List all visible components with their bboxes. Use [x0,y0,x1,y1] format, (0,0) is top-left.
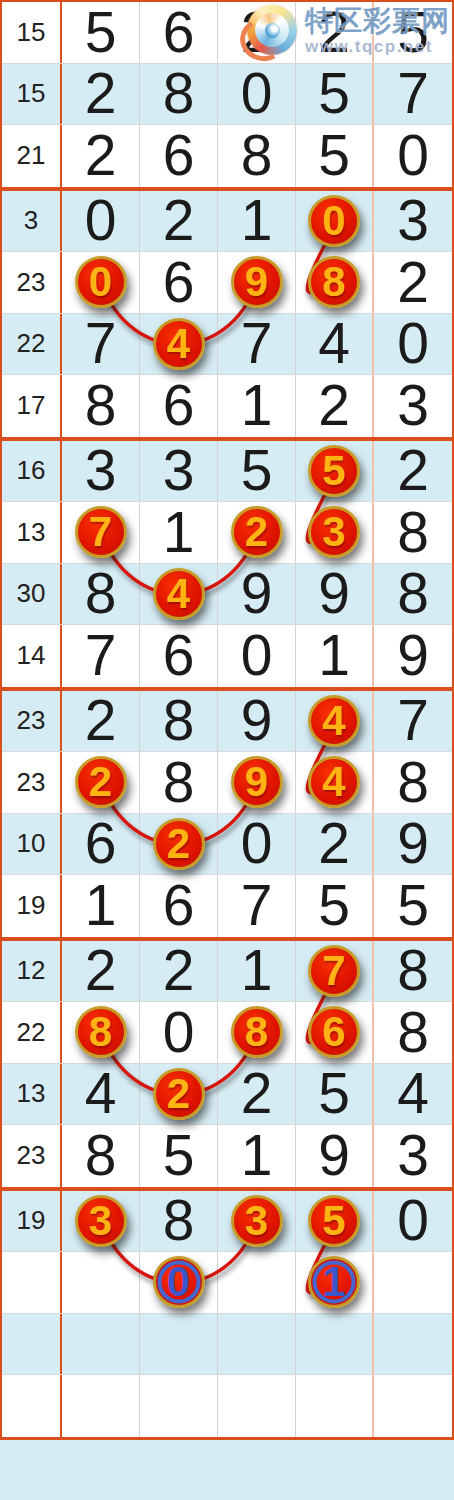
digit: 1 [322,1261,345,1303]
digit-cell: 8 [62,1002,140,1063]
digit: 4 [85,1065,117,1122]
digit-cell: 8 [62,375,140,437]
digit-cell: 4 [296,314,374,375]
digit-cell: 6 [140,625,218,687]
digit-cell: 5 [296,64,374,125]
digit: 8 [85,565,117,622]
digit-cell: 4 [140,564,218,625]
digit-cell: 0 [218,64,296,125]
digit: 9 [241,565,273,622]
digit-cell: 4 [140,314,218,375]
digit: 2 [318,377,350,434]
digit-cell: 3 [62,441,140,502]
digit: 4 [318,315,350,372]
digit-cell: 7 [62,502,140,563]
digit: 5 [397,877,429,934]
miss-count-cell: 23 [2,252,62,313]
digit: 2 [85,942,117,999]
circled-digit-blue: 1 [308,1256,360,1308]
digit-cell: 2 [296,814,374,875]
miss-count-cell: 15 [2,64,62,125]
bottom-strip [0,1440,454,1500]
chart-row: 1633552 [2,441,452,503]
digit: 1 [163,504,195,561]
digit: 3 [245,1200,268,1242]
digit: 1 [241,942,273,999]
digit: 5 [163,1127,195,1184]
digit: 5 [85,4,117,61]
digit-cell: 6 [140,2,218,63]
digit: 2 [85,127,117,184]
digit: 3 [163,442,195,499]
circled-digit-gold: 2 [153,1068,205,1120]
digit: 7 [397,692,429,749]
digit: 6 [163,127,195,184]
digit-cell: 0 [218,814,296,875]
digit-cell: 5 [218,441,296,502]
digit-cell: 4 [374,1064,452,1125]
digit-cell [374,1252,452,1313]
digit-cell: 8 [296,252,374,313]
digit-cell: 5 [296,1064,374,1125]
digit-cell: 1 [296,625,374,687]
digit: 7 [241,315,273,372]
digit-cell: 9 [218,252,296,313]
digit-cell: 0 [374,314,452,375]
digit: 9 [318,1127,350,1184]
miss-count-cell: 19 [2,875,62,937]
miss-count-cell [2,1375,62,1437]
digit: 0 [241,65,273,122]
chart-row: 1371238 [2,502,452,564]
circled-digit-gold: 5 [308,1195,360,1247]
digit: 8 [245,1011,268,1053]
chart-row [2,1314,452,1376]
chart-row: 1342254 [2,1064,452,1126]
digit-cell: 5 [296,1191,374,1252]
miss-count-cell: 14 [2,625,62,687]
digit-cell: 5 [140,1125,218,1187]
digit: 4 [322,700,345,742]
chart-row: 1476019 [2,625,452,691]
circled-digit-gold: 2 [153,818,205,870]
digit-cell [62,1314,140,1375]
digit: 8 [85,377,117,434]
circled-digit-gold: 0 [308,195,360,247]
digit-cell: 2 [62,64,140,125]
digit-cell: 2 [62,752,140,813]
digit: 3 [89,1200,112,1242]
miss-count-cell: 22 [2,1002,62,1063]
digit-cell: 9 [296,1125,374,1187]
digit-cell: 3 [374,191,452,252]
circled-digit-gold: 0 [75,256,127,308]
chart-row: 1938350 [2,1191,452,1253]
digit: 8 [397,754,429,811]
digit-cell: 4 [296,691,374,752]
digit: 2 [85,65,117,122]
circled-digit-gold: 8 [75,1006,127,1058]
digit: 8 [163,65,195,122]
digit: 3 [85,442,117,499]
circled-digit-gold: 9 [231,256,283,308]
digit-cell: 1 [218,941,296,1002]
chart-row: 2280868 [2,1002,452,1064]
site-logo-swirl-icon [247,5,297,55]
miss-count-cell: 30 [2,564,62,625]
digit-cell: 5 [296,125,374,187]
digit: 7 [322,950,345,992]
digit: 2 [397,442,429,499]
digit: 2 [163,192,195,249]
lottery-trend-chart-page: 1556225152805721268503021032306982227474… [0,0,454,1500]
digit-cell: 4 [296,752,374,813]
digit: 3 [397,1127,429,1184]
digit-cell: 8 [62,564,140,625]
digit: 7 [85,315,117,372]
digit-cell: 3 [374,1125,452,1187]
digit: 2 [318,815,350,872]
digit-cell: 9 [218,564,296,625]
digit-cell: 8 [374,752,452,813]
digit-cell: 2 [62,941,140,1002]
chart-row: 3084998 [2,564,452,626]
digit: 5 [318,65,350,122]
digit: 2 [163,942,195,999]
digit: 0 [167,1261,190,1303]
digit-cell: 9 [374,625,452,687]
chart-row: 2274740 [2,314,452,376]
digit-cell [218,1375,296,1437]
digit-cell: 3 [374,375,452,437]
digit-cell: 6 [140,125,218,187]
digit: 2 [85,692,117,749]
miss-count-cell: 16 [2,441,62,502]
circled-digit-blue: 0 [153,1256,205,1308]
chart-row: 2328947 [2,691,452,753]
chart-row: 1222178 [2,941,452,1003]
digit-cell: 7 [62,314,140,375]
digit: 4 [167,323,190,365]
digit: 2 [245,511,268,553]
circled-digit-gold: 4 [153,318,205,370]
digit: 2 [167,823,190,865]
digit-cell [62,1252,140,1313]
digit: 9 [318,565,350,622]
digit: 6 [163,877,195,934]
digit-cell: 6 [296,1002,374,1063]
miss-count-cell [2,1252,62,1313]
digit-cell: 8 [374,502,452,563]
miss-count-cell: 10 [2,814,62,875]
chart-row: 01 [2,1252,452,1314]
digit: 6 [163,254,195,311]
digit: 9 [245,761,268,803]
digit: 7 [397,65,429,122]
digit-cell: 2 [140,941,218,1002]
digit-cell: 8 [140,691,218,752]
miss-count-cell: 23 [2,1125,62,1187]
digit: 5 [318,877,350,934]
site-name-text: 特区彩票网 [305,5,450,36]
digit: 2 [397,254,429,311]
digit-cell [218,1252,296,1313]
digit: 8 [163,754,195,811]
digit: 0 [397,127,429,184]
digit-cell: 7 [296,941,374,1002]
miss-count-cell: 3 [2,191,62,252]
digit: 1 [85,877,117,934]
digit-cell: 8 [140,1191,218,1252]
digit: 0 [241,815,273,872]
digit-cell [296,1375,374,1437]
digit-cell: 3 [62,1191,140,1252]
digit-cell: 1 [62,875,140,937]
digit: 0 [89,261,112,303]
digit-cell [140,1375,218,1437]
chart-row: 1786123 [2,375,452,441]
digit: 5 [318,127,350,184]
miss-count-cell: 12 [2,941,62,1002]
digit-cell: 8 [140,752,218,813]
digit: 0 [322,200,345,242]
digit-cell: 8 [374,564,452,625]
chart-row: 302103 [2,191,452,253]
digit-cell: 8 [62,1125,140,1187]
digit: 3 [397,377,429,434]
miss-count-cell: 17 [2,375,62,437]
digit-cell: 3 [296,502,374,563]
digit: 0 [397,315,429,372]
digit-cell: 3 [218,1191,296,1252]
trend-chart-table: 1556225152805721268503021032306982227474… [0,0,454,1440]
digit-cell: 1 [218,1125,296,1187]
digit: 6 [85,815,117,872]
circled-digit-gold: 4 [153,568,205,620]
digit: 8 [163,1192,195,1249]
watermark-texts: 特区彩票网 www.tqcp.net [305,5,450,57]
digit-cell: 2 [374,252,452,313]
digit: 8 [85,1127,117,1184]
digit-cell: 0 [218,625,296,687]
digit-cell: 2 [62,125,140,187]
digit-cell: 2 [140,814,218,875]
digit: 7 [89,511,112,553]
digit-cell: 0 [62,191,140,252]
chart-row: 2126850 [2,125,452,191]
digit-cell: 0 [140,1002,218,1063]
digit-cell: 2 [374,441,452,502]
digit-cell: 5 [62,2,140,63]
digit: 3 [322,511,345,553]
digit-cell: 6 [62,814,140,875]
digit-cell: 3 [140,441,218,502]
digit: 9 [245,261,268,303]
digit: 5 [241,442,273,499]
chart-row: 2328948 [2,752,452,814]
digit-cell: 0 [374,1191,452,1252]
digit-cell: 9 [374,814,452,875]
circled-digit-gold: 3 [308,506,360,558]
digit-cell: 8 [140,64,218,125]
chart-row [2,1375,452,1437]
digit-cell [374,1314,452,1375]
digit-cell [62,1375,140,1437]
digit: 8 [397,1004,429,1061]
digit: 8 [241,127,273,184]
digit-cell: 6 [140,252,218,313]
digit: 8 [397,942,429,999]
digit: 8 [163,692,195,749]
miss-count-cell [2,1314,62,1375]
digit-cell [218,1314,296,1375]
digit: 9 [397,815,429,872]
digit: 0 [163,1004,195,1061]
digit-cell: 1 [218,191,296,252]
circled-digit-gold: 7 [75,506,127,558]
miss-count-cell: 15 [2,2,62,63]
digit-cell: 0 [374,125,452,187]
digit: 3 [397,192,429,249]
digit: 8 [397,565,429,622]
circled-digit-gold: 2 [75,756,127,808]
digit-cell: 2 [296,375,374,437]
digit: 8 [397,504,429,561]
digit: 5 [318,1065,350,1122]
digit: 2 [167,1073,190,1115]
digit: 6 [163,627,195,684]
digit: 0 [85,192,117,249]
circled-digit-gold: 6 [308,1006,360,1058]
circled-digit-gold: 9 [231,756,283,808]
miss-count-cell: 23 [2,752,62,813]
miss-count-cell: 19 [2,1191,62,1252]
digit-cell: 0 [140,1252,218,1313]
digit: 9 [241,692,273,749]
digit-cell: 2 [218,502,296,563]
digit-cell: 2 [140,1064,218,1125]
digit: 5 [322,450,345,492]
digit: 2 [241,1065,273,1122]
digit-cell [374,1375,452,1437]
digit: 6 [163,377,195,434]
digit: 6 [322,1011,345,1053]
digit: 1 [241,377,273,434]
digit: 2 [89,761,112,803]
digit: 4 [397,1065,429,1122]
digit-cell: 1 [140,502,218,563]
circled-digit-gold: 4 [308,695,360,747]
digit: 1 [241,1127,273,1184]
digit-cell: 7 [218,314,296,375]
circled-digit-gold: 2 [231,506,283,558]
site-url-text: www.tqcp.net [305,37,450,57]
circled-digit-gold: 8 [231,1006,283,1058]
digit-cell: 5 [296,875,374,937]
digit-cell: 2 [140,191,218,252]
digit: 6 [163,4,195,61]
digit: 1 [318,627,350,684]
digit-cell: 1 [218,375,296,437]
chart-row: 1062029 [2,814,452,876]
digit-cell: 7 [374,691,452,752]
digit-cell: 1 [296,1252,374,1313]
chart-row: 2306982 [2,252,452,314]
digit-cell: 9 [296,564,374,625]
digit-cell: 5 [374,875,452,937]
digit: 5 [322,1200,345,1242]
circled-digit-gold: 8 [308,256,360,308]
digit-cell [296,1314,374,1375]
circled-digit-gold: 4 [308,756,360,808]
circled-digit-gold: 3 [231,1195,283,1247]
miss-count-cell: 13 [2,1064,62,1125]
digit-cell: 9 [218,752,296,813]
digit-cell: 7 [62,625,140,687]
digit: 0 [397,1192,429,1249]
digit-cell: 9 [218,691,296,752]
digit: 9 [397,627,429,684]
digit: 4 [167,573,190,615]
digit: 7 [85,627,117,684]
digit: 7 [241,877,273,934]
digit-cell: 6 [140,875,218,937]
chart-row: 2385193 [2,1125,452,1191]
digit-cell: 5 [296,441,374,502]
miss-count-cell: 21 [2,125,62,187]
digit-cell: 7 [218,875,296,937]
digit-cell: 7 [374,64,452,125]
digit-cell: 8 [374,941,452,1002]
site-watermark: 特区彩票网 www.tqcp.net [247,5,450,57]
digit: 8 [322,261,345,303]
digit-cell: 0 [62,252,140,313]
digit-cell: 0 [296,191,374,252]
chart-row: 1916755 [2,875,452,941]
digit-cell: 6 [140,375,218,437]
digit-cell: 8 [374,1002,452,1063]
miss-count-cell: 13 [2,502,62,563]
circled-digit-gold: 7 [308,945,360,997]
circled-digit-gold: 3 [75,1195,127,1247]
circled-digit-gold: 5 [308,445,360,497]
digit-cell [140,1314,218,1375]
miss-count-cell: 22 [2,314,62,375]
digit-cell: 2 [62,691,140,752]
chart-row: 1528057 [2,64,452,126]
digit: 8 [89,1011,112,1053]
miss-count-cell: 23 [2,691,62,752]
digit: 0 [241,627,273,684]
digit: 1 [241,192,273,249]
digit-cell: 8 [218,125,296,187]
digit-cell: 2 [218,1064,296,1125]
digit: 4 [322,761,345,803]
digit-cell: 8 [218,1002,296,1063]
digit-cell: 4 [62,1064,140,1125]
